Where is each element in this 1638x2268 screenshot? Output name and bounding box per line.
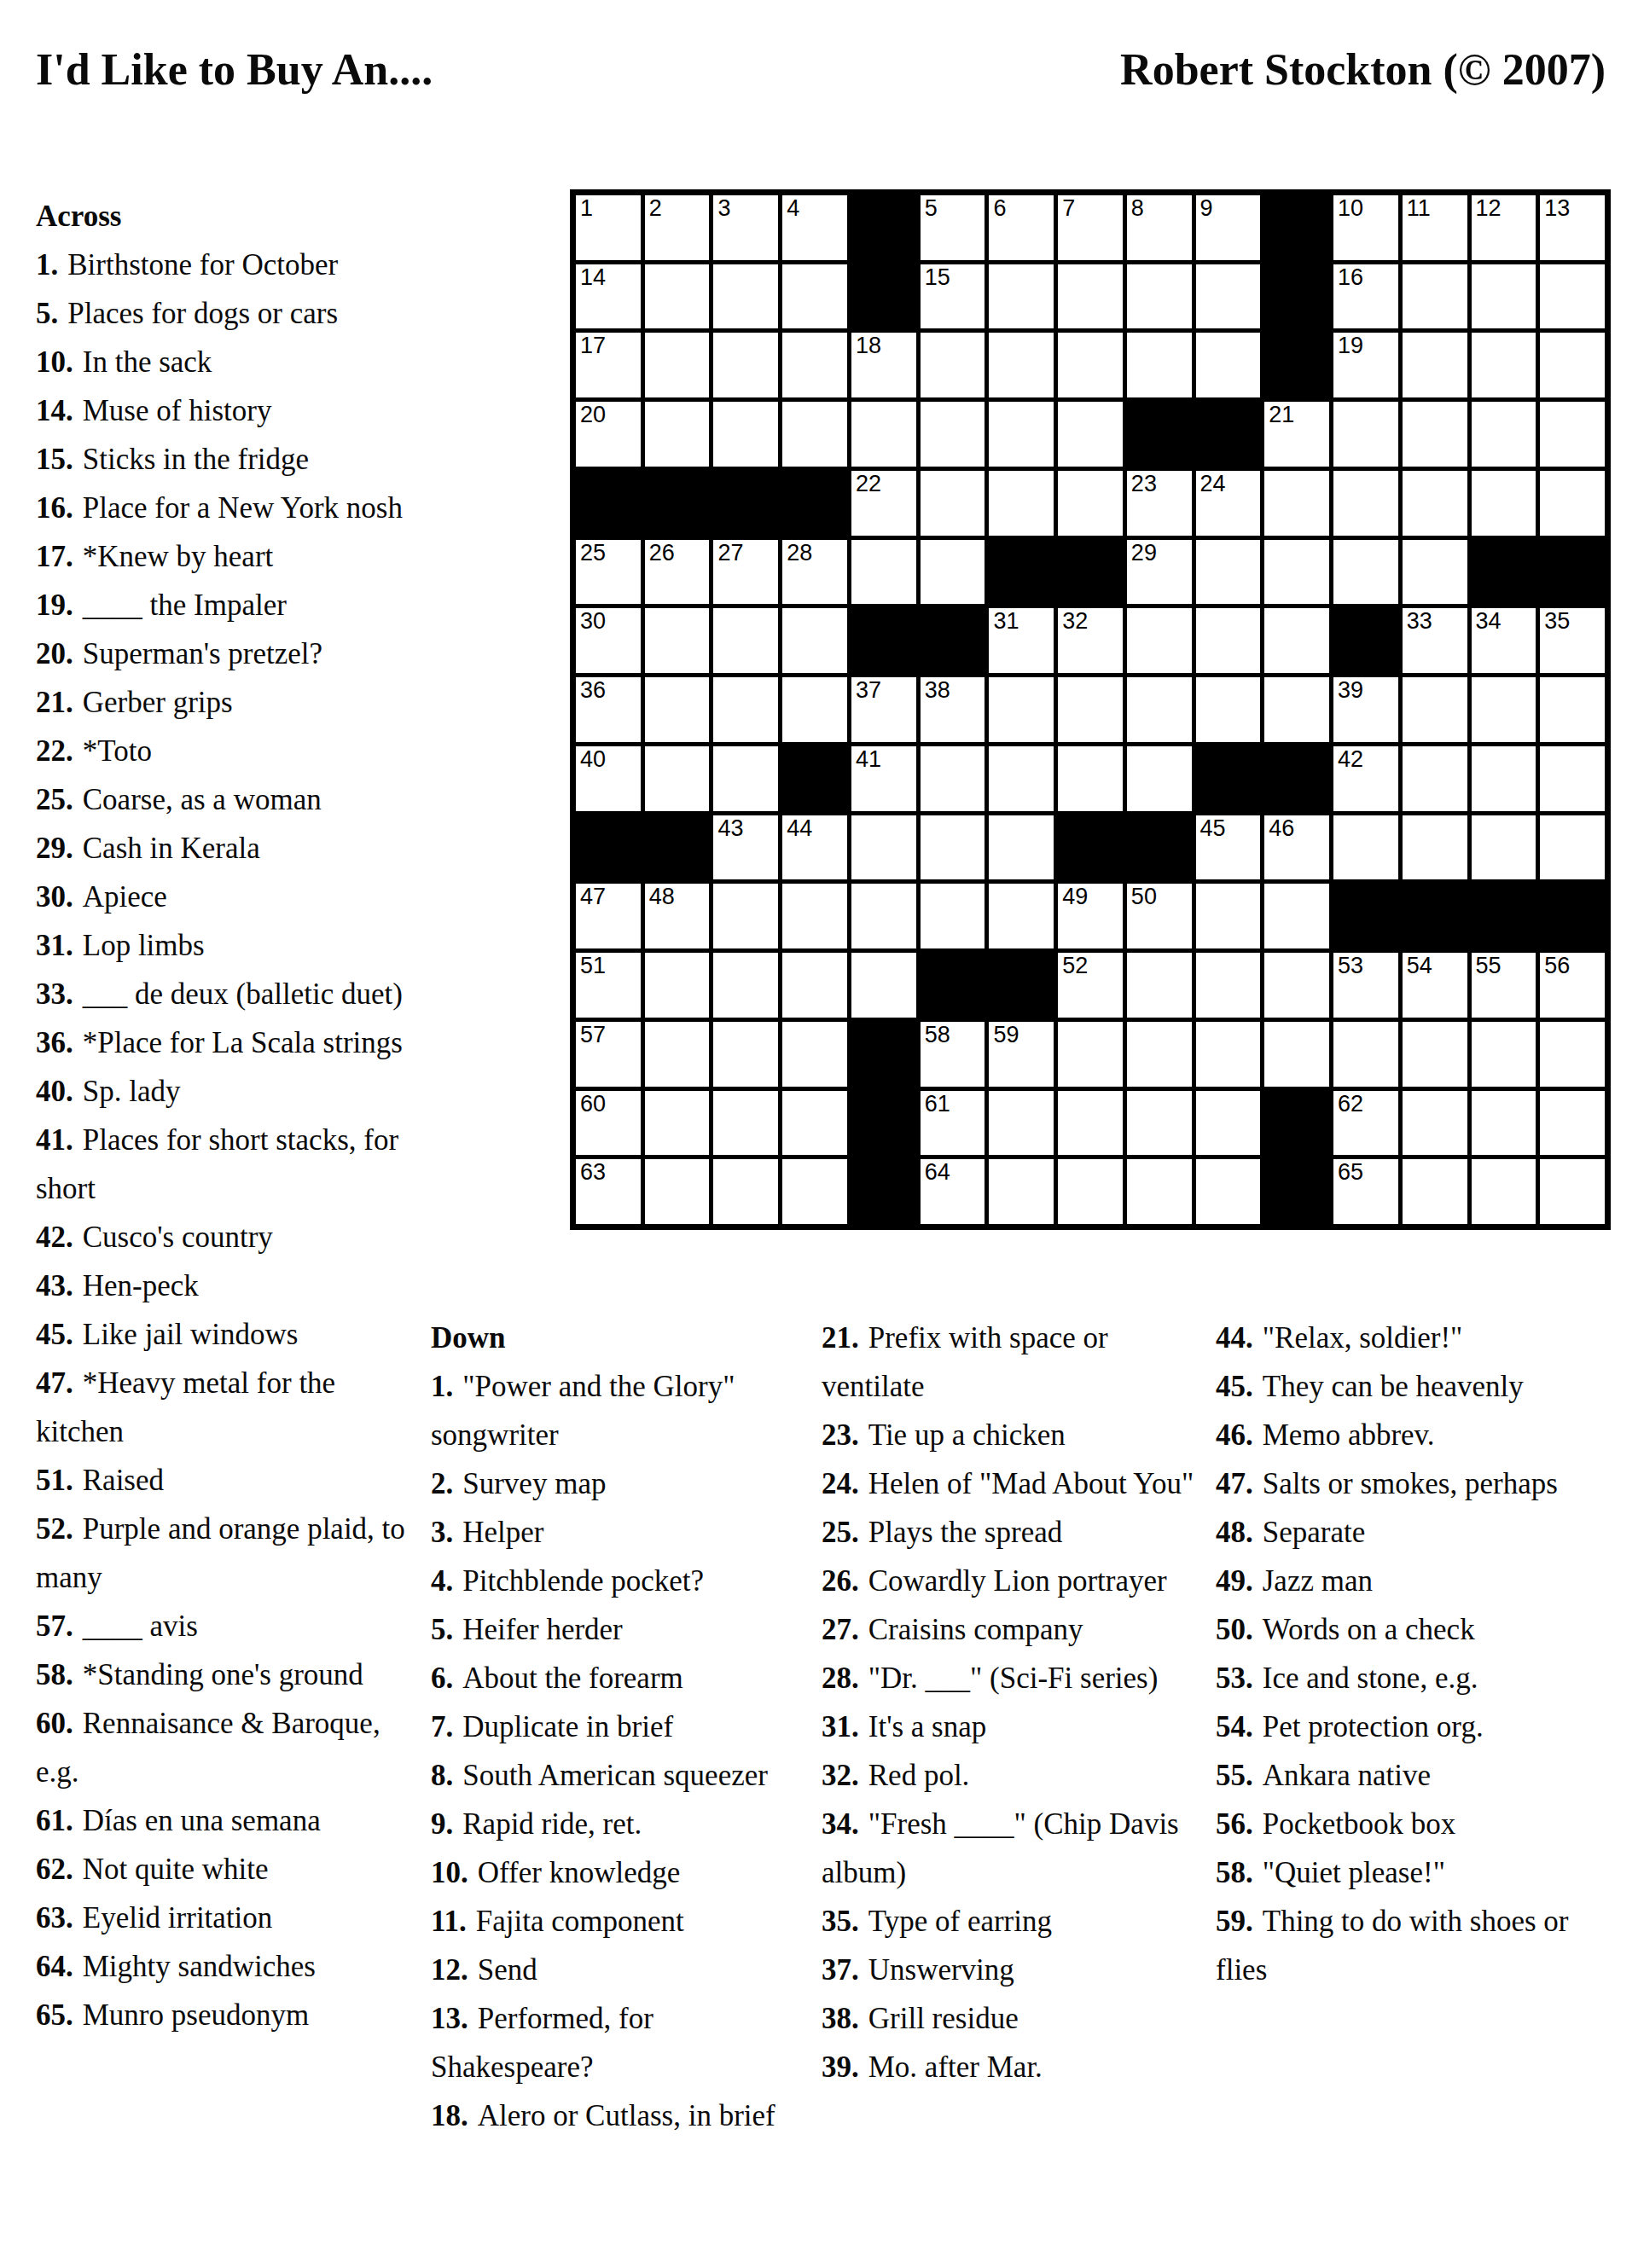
grid-cell-r4c2[interactable] [645,402,710,467]
crossword-grid: 1234567891011121314151617181920212223242… [570,189,1611,1230]
grid-cell-r13c11[interactable] [1264,1022,1329,1087]
cell-number: 25 [580,542,606,565]
grid-cell-r1c4[interactable]: 4 [782,195,847,260]
black-cell-r12c7 [989,953,1054,1018]
grid-cell-r7c15[interactable]: 35 [1540,608,1605,673]
clue-across-43: 43.Hen-peck [36,1262,415,1310]
grid-cell-r9c2[interactable] [645,746,710,811]
grid-cell-r13c1[interactable]: 57 [576,1022,641,1087]
clue-number: 10. [431,1856,468,1889]
grid-cell-r7c8[interactable]: 32 [1058,608,1123,673]
grid-cell-r11c8[interactable]: 49 [1058,884,1123,948]
grid-cell-r8c4[interactable] [782,677,847,742]
grid-cell-r10c5[interactable] [851,815,916,880]
grid-cell-r13c4[interactable] [782,1022,847,1087]
grid-cell-r9c3[interactable] [713,746,778,811]
cell-number: 56 [1544,954,1570,977]
grid-cell-r13c13[interactable] [1403,1022,1467,1087]
cell-number: 35 [1544,610,1570,633]
grid-cell-r7c13[interactable]: 33 [1403,608,1467,673]
grid-cell-r1c7[interactable]: 6 [989,195,1054,260]
grid-cell-r9c7[interactable] [989,746,1054,811]
cell-number: 33 [1407,610,1432,633]
cell-number: 29 [1131,542,1157,565]
clue-number: 6. [431,1662,453,1695]
grid-cell-r15c15[interactable] [1540,1159,1605,1224]
clue-across-51: 51.Raised [36,1456,415,1505]
grid-cell-r13c8[interactable] [1058,1022,1123,1087]
clue-number: 32. [822,1759,859,1792]
grid-cell-r10c4[interactable]: 44 [782,815,847,880]
grid-cell-r6c9[interactable]: 29 [1127,540,1192,605]
cell-number: 32 [1062,610,1088,633]
grid-cell-r8c12[interactable]: 39 [1333,677,1398,742]
grid-cell-r2c9[interactable] [1127,264,1192,329]
clue-across-10: 10.In the sack [36,338,415,386]
grid-cell-r13c3[interactable] [713,1022,778,1087]
clue-down-6: 6.About the forearm [431,1654,798,1702]
grid-cell-r8c9[interactable] [1127,677,1192,742]
grid-cell-r1c14[interactable]: 12 [1472,195,1536,260]
grid-cell-r13c14[interactable] [1472,1022,1536,1087]
grid-cell-r3c9[interactable] [1127,333,1192,397]
clue-number: 25. [822,1516,859,1549]
grid-cell-r9c15[interactable] [1540,746,1605,811]
grid-cell-r14c12[interactable]: 62 [1333,1091,1398,1156]
grid-cell-r8c3[interactable] [713,677,778,742]
clue-number: 62. [36,1853,73,1886]
clue-number: 43. [36,1269,73,1302]
cell-number: 51 [580,954,606,977]
grid-cell-r5c9[interactable]: 23 [1127,471,1192,536]
cell-number: 65 [1338,1161,1363,1184]
clue-number: 30. [36,880,73,914]
grid-cell-r6c12[interactable] [1333,540,1398,605]
grid-cell-r14c3[interactable] [713,1091,778,1156]
clue-down-45: 45.They can be heavenly [1216,1362,1604,1411]
grid-cell-r11c2[interactable]: 48 [645,884,710,948]
grid-cell-r1c12[interactable]: 10 [1333,195,1398,260]
grid-cell-r14c6[interactable]: 61 [921,1091,985,1156]
grid-cell-r2c4[interactable] [782,264,847,329]
grid-cell-r3c2[interactable] [645,333,710,397]
grid-cell-r3c6[interactable] [921,333,985,397]
clue-number: 58. [36,1658,73,1691]
clue-number: 41. [36,1123,73,1157]
clue-down-24: 24.Helen of "Mad About You" [822,1459,1210,1508]
grid-cell-r7c14[interactable]: 34 [1472,608,1536,673]
grid-cell-r5c10[interactable]: 24 [1196,471,1261,536]
grid-cell-r15c13[interactable] [1403,1159,1467,1224]
grid-cell-r15c9[interactable] [1127,1159,1192,1224]
black-cell-r6c14 [1472,540,1536,605]
grid-cell-r12c12[interactable]: 53 [1333,953,1398,1018]
grid-cell-r9c14[interactable] [1472,746,1536,811]
grid-cell-r14c10[interactable] [1196,1091,1261,1156]
grid-cell-r3c13[interactable] [1403,333,1467,397]
grid-cell-r2c14[interactable] [1472,264,1536,329]
grid-cell-r15c12[interactable]: 65 [1333,1159,1398,1224]
cell-number: 54 [1407,954,1432,977]
cell-number: 39 [1338,679,1363,702]
cell-number: 41 [856,748,881,771]
grid-cell-r7c4[interactable] [782,608,847,673]
clue-number: 44. [1216,1321,1253,1354]
grid-cell-r3c5[interactable]: 18 [851,333,916,397]
grid-cell-r12c10[interactable] [1196,953,1261,1018]
clue-down-27: 27.Craisins company [822,1605,1210,1654]
grid-cell-r7c10[interactable] [1196,608,1261,673]
cell-number: 44 [787,817,812,840]
grid-cell-r15c6[interactable]: 64 [921,1159,985,1224]
grid-cell-r15c2[interactable] [645,1159,710,1224]
grid-cell-r2c6[interactable]: 15 [921,264,985,329]
clue-down-3: 3.Helper [431,1508,798,1557]
grid-cell-r3c4[interactable] [782,333,847,397]
grid-cell-r12c5[interactable] [851,953,916,1018]
grid-cell-r3c7[interactable] [989,333,1054,397]
cell-number: 24 [1200,473,1226,496]
grid-cell-r7c3[interactable] [713,608,778,673]
grid-cell-r2c1[interactable]: 14 [576,264,641,329]
grid-cell-r4c4[interactable] [782,402,847,467]
clue-down-25: 25.Plays the spread [822,1508,1210,1557]
clue-across-15: 15.Sticks in the fridge [36,435,415,484]
grid-cell-r5c7[interactable] [989,471,1054,536]
cell-number: 37 [856,679,881,702]
grid-cell-r14c4[interactable] [782,1091,847,1156]
grid-cell-r10c13[interactable] [1403,815,1467,880]
grid-cell-r10c7[interactable] [989,815,1054,880]
grid-cell-r9c5[interactable]: 41 [851,746,916,811]
black-cell-r14c11 [1264,1091,1329,1156]
grid-cell-r10c11[interactable]: 46 [1264,815,1329,880]
grid-cell-r1c15[interactable]: 13 [1540,195,1605,260]
clue-number: 25. [36,783,73,816]
cell-number: 20 [580,403,606,426]
cell-number: 57 [580,1024,606,1047]
cell-number: 63 [580,1161,606,1184]
grid-cell-r6c6[interactable] [921,540,985,605]
grid-cell-r9c8[interactable] [1058,746,1123,811]
black-cell-r14c5 [851,1091,916,1156]
grid-cell-r1c6[interactable]: 5 [921,195,985,260]
grid-cell-r13c12[interactable] [1333,1022,1398,1087]
grid-cell-r4c12[interactable] [1333,402,1398,467]
grid-cell-r2c8[interactable] [1058,264,1123,329]
clue-across-16: 16.Place for a New York nosh [36,484,415,532]
cell-number: 52 [1062,954,1088,977]
cell-number: 8 [1131,197,1144,220]
clue-across-17: 17.*Knew by heart [36,532,415,581]
grid-cell-r5c14[interactable] [1472,471,1536,536]
clue-number: 47. [36,1366,73,1400]
grid-cell-r2c15[interactable] [1540,264,1605,329]
black-cell-r7c5 [851,608,916,673]
cell-number: 55 [1476,954,1501,977]
clue-across-25: 25.Coarse, as a woman [36,775,415,824]
grid-cell-r4c3[interactable] [713,402,778,467]
grid-cell-r8c11[interactable] [1264,677,1329,742]
grid-cell-r8c8[interactable] [1058,677,1123,742]
grid-cell-r6c4[interactable]: 28 [782,540,847,605]
clue-number: 19. [36,589,73,622]
grid-cell-r11c9[interactable]: 50 [1127,884,1192,948]
grid-cell-r4c13[interactable] [1403,402,1467,467]
cell-number: 19 [1338,334,1363,357]
grid-cell-r8c10[interactable] [1196,677,1261,742]
cell-number: 11 [1407,197,1431,220]
grid-cell-r15c4[interactable] [782,1159,847,1224]
clue-down-54: 54.Pet protection org. [1216,1702,1604,1751]
grid-cell-r10c6[interactable] [921,815,985,880]
cell-number: 46 [1269,817,1294,840]
grid-cell-r14c9[interactable] [1127,1091,1192,1156]
clue-number: 20. [36,637,73,670]
grid-cell-r11c7[interactable] [989,884,1054,948]
grid-cell-r13c10[interactable] [1196,1022,1261,1087]
grid-cell-r14c15[interactable] [1540,1091,1605,1156]
grid-cell-r13c6[interactable]: 58 [921,1022,985,1087]
grid-cell-r3c8[interactable] [1058,333,1123,397]
grid-cell-r12c11[interactable] [1264,953,1329,1018]
cell-number: 38 [925,679,950,702]
grid-cell-r6c5[interactable] [851,540,916,605]
clue-across-64: 64.Mighty sandwiches [36,1942,415,1991]
grid-cell-r5c12[interactable] [1333,471,1398,536]
grid-cell-r4c11[interactable]: 21 [1264,402,1329,467]
grid-cell-r4c7[interactable] [989,402,1054,467]
clue-across-21: 21.Gerber grips [36,678,415,727]
grid-cell-r14c2[interactable] [645,1091,710,1156]
grid-cell-r11c5[interactable] [851,884,916,948]
grid-cell-r12c15[interactable]: 56 [1540,953,1605,1018]
grid-cell-r6c11[interactable] [1264,540,1329,605]
grid-cell-r4c8[interactable] [1058,402,1123,467]
grid-cell-r8c13[interactable] [1403,677,1467,742]
grid-cell-r9c9[interactable] [1127,746,1192,811]
clue-number: 39. [822,2050,859,2084]
grid-cell-r12c2[interactable] [645,953,710,1018]
grid-cell-r7c1[interactable]: 30 [576,608,641,673]
grid-cell-r5c5[interactable]: 22 [851,471,916,536]
grid-cell-r14c7[interactable] [989,1091,1054,1156]
clue-number: 42. [36,1221,73,1254]
grid-cell-r8c6[interactable]: 38 [921,677,985,742]
clue-across-36: 36.*Place for La Scala strings [36,1018,415,1067]
grid-cell-r8c7[interactable] [989,677,1054,742]
cell-number: 4 [787,197,799,220]
grid-cell-r1c2[interactable]: 2 [645,195,710,260]
clue-number: 5. [36,297,58,330]
clue-across-60: 60.Rennaisance & Baroque, e.g. [36,1699,415,1796]
cell-number: 3 [717,197,730,220]
grid-cell-r11c11[interactable] [1264,884,1329,948]
cell-number: 28 [787,542,812,565]
clue-across-65: 65.Munro pseudonym [36,1991,415,2039]
grid-cell-r8c1[interactable]: 36 [576,677,641,742]
clue-down-58: 58."Quiet please!" [1216,1848,1604,1897]
grid-cell-r1c9[interactable]: 8 [1127,195,1192,260]
down-clue-list-1: 1."Power and the Glory" songwriter2.Surv… [431,1362,798,2140]
clue-number: 8. [431,1759,453,1792]
grid-cell-r9c1[interactable]: 40 [576,746,641,811]
grid-cell-r9c13[interactable] [1403,746,1467,811]
grid-cell-r11c4[interactable] [782,884,847,948]
grid-cell-r5c8[interactable] [1058,471,1123,536]
clue-down-13: 13.Performed, for Shakespeare? [431,1994,798,2091]
grid-cell-r7c7[interactable]: 31 [989,608,1054,673]
clue-number: 13. [431,2002,468,2035]
grid-cell-r4c1[interactable]: 20 [576,402,641,467]
grid-cell-r5c6[interactable] [921,471,985,536]
black-cell-r11c15 [1540,884,1605,948]
grid-cell-r9c6[interactable] [921,746,985,811]
grid-cell-r14c14[interactable] [1472,1091,1536,1156]
clue-across-63: 63.Eyelid irritation [36,1894,415,1942]
grid-cell-r3c3[interactable] [713,333,778,397]
grid-cell-r15c7[interactable] [989,1159,1054,1224]
grid-cell-r11c6[interactable] [921,884,985,948]
grid-cell-r1c13[interactable]: 11 [1403,195,1467,260]
grid-cell-r3c14[interactable] [1472,333,1536,397]
grid-cell-r7c2[interactable] [645,608,710,673]
grid-cell-r12c1[interactable]: 51 [576,953,641,1018]
grid-cell-r14c1[interactable]: 60 [576,1091,641,1156]
grid-cell-r10c12[interactable] [1333,815,1398,880]
grid-cell-r6c3[interactable]: 27 [713,540,778,605]
cell-number: 27 [717,542,743,565]
clue-number: 57. [36,1610,73,1643]
grid-cell-r6c13[interactable] [1403,540,1467,605]
grid-cell-r2c2[interactable] [645,264,710,329]
grid-cell-r4c5[interactable] [851,402,916,467]
cell-number: 6 [993,197,1006,220]
clue-number: 16. [36,491,73,525]
clue-number: 45. [1216,1370,1253,1403]
clue-down-37: 37.Unswerving [822,1946,1210,1994]
grid-cell-r12c8[interactable]: 52 [1058,953,1123,1018]
clue-down-56: 56.Pocketbook box [1216,1800,1604,1848]
grid-cell-r4c15[interactable] [1540,402,1605,467]
clue-down-5: 5.Heifer herder [431,1605,798,1654]
grid-cell-r15c1[interactable]: 63 [576,1159,641,1224]
grid-cell-r7c9[interactable] [1127,608,1192,673]
grid-cell-r5c11[interactable] [1264,471,1329,536]
cell-number: 9 [1200,197,1213,220]
grid-cell-r12c13[interactable]: 54 [1403,953,1467,1018]
grid-cell-r14c13[interactable] [1403,1091,1467,1156]
grid-cell-r2c13[interactable] [1403,264,1467,329]
cell-number: 31 [993,610,1019,633]
grid-cell-r10c10[interactable]: 45 [1196,815,1261,880]
grid-cell-r10c15[interactable] [1540,815,1605,880]
clue-number: 56. [1216,1807,1253,1841]
grid-cell-r13c15[interactable] [1540,1022,1605,1087]
grid-cell-r11c10[interactable] [1196,884,1261,948]
grid-cell-r1c1[interactable]: 1 [576,195,641,260]
black-cell-r9c11 [1264,746,1329,811]
grid-cell-r13c7[interactable]: 59 [989,1022,1054,1087]
clue-down-50: 50.Words on a check [1216,1605,1604,1654]
clue-number: 48. [1216,1516,1253,1549]
grid-cell-r3c1[interactable]: 17 [576,333,641,397]
clue-across-1: 1.Birthstone for October [36,241,415,289]
grid-cell-r10c3[interactable]: 43 [713,815,778,880]
black-cell-r5c2 [645,471,710,536]
grid-cell-r12c3[interactable] [713,953,778,1018]
grid-cell-r15c14[interactable] [1472,1159,1536,1224]
clue-number: 3. [431,1516,453,1549]
grid-cell-r11c3[interactable] [713,884,778,948]
grid-cell-r8c14[interactable] [1472,677,1536,742]
grid-cell-r3c15[interactable] [1540,333,1605,397]
grid-cell-r6c10[interactable] [1196,540,1261,605]
grid-cell-r10c14[interactable] [1472,815,1536,880]
grid-cell-r2c12[interactable]: 16 [1333,264,1398,329]
black-cell-r7c6 [921,608,985,673]
grid-cell-r13c2[interactable] [645,1022,710,1087]
grid-cell-r4c6[interactable] [921,402,985,467]
cell-number: 30 [580,610,606,633]
grid-cell-r4c14[interactable] [1472,402,1536,467]
grid-cell-r6c1[interactable]: 25 [576,540,641,605]
grid-cell-r7c11[interactable] [1264,608,1329,673]
grid-cell-r8c15[interactable] [1540,677,1605,742]
clue-down-34: 34."Fresh ____" (Chip Davis album) [822,1800,1210,1897]
grid-cell-r8c5[interactable]: 37 [851,677,916,742]
clue-down-10: 10.Offer knowledge [431,1848,798,1897]
grid-cell-r3c10[interactable] [1196,333,1261,397]
grid-cell-r6c2[interactable]: 26 [645,540,710,605]
grid-cell-r1c3[interactable]: 3 [713,195,778,260]
clue-number: 21. [822,1321,859,1354]
grid-cell-r9c12[interactable]: 42 [1333,746,1398,811]
grid-cell-r15c8[interactable] [1058,1159,1123,1224]
grid-cell-r1c10[interactable]: 9 [1196,195,1261,260]
clue-across-33: 33.___ de deux (balletic duet) [36,970,415,1018]
clue-number: 59. [1216,1905,1253,1938]
black-cell-r4c10 [1196,402,1261,467]
clue-number: 58. [1216,1856,1253,1889]
clue-down-47: 47.Salts or smokes, perhaps [1216,1459,1604,1508]
grid-cell-r1c8[interactable]: 7 [1058,195,1123,260]
clue-down-18: 18.Alero or Cutlass, in brief [431,2091,798,2140]
grid-cell-r15c10[interactable] [1196,1159,1261,1224]
grid-cell-r8c2[interactable] [645,677,710,742]
clue-across-31: 31.Lop limbs [36,921,415,970]
grid-cell-r5c13[interactable] [1403,471,1467,536]
grid-cell-r12c14[interactable]: 55 [1472,953,1536,1018]
clue-across-19: 19.____ the Impaler [36,581,415,629]
grid-cell-r11c1[interactable]: 47 [576,884,641,948]
grid-cell-r13c9[interactable] [1127,1022,1192,1087]
grid-cell-r14c8[interactable] [1058,1091,1123,1156]
cell-number: 59 [993,1024,1019,1047]
grid-cell-r12c4[interactable] [782,953,847,1018]
grid-cell-r2c7[interactable] [989,264,1054,329]
grid-cell-r15c3[interactable] [713,1159,778,1224]
grid-cell-r2c10[interactable] [1196,264,1261,329]
grid-cell-r12c9[interactable] [1127,953,1192,1018]
black-cell-r12c6 [921,953,985,1018]
black-cell-r13c5 [851,1022,916,1087]
grid-cell-r2c3[interactable] [713,264,778,329]
clue-down-55: 55.Ankara native [1216,1751,1604,1800]
clue-number: 10. [36,345,73,379]
grid-cell-r3c12[interactable]: 19 [1333,333,1398,397]
grid-cell-r5c15[interactable] [1540,471,1605,536]
